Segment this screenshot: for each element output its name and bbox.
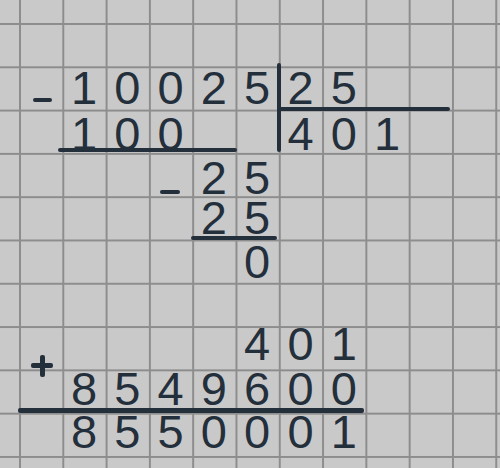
dividend-digit-2: 0 xyxy=(106,66,149,109)
step2-subtrahend-digit-2: 5 xyxy=(236,196,279,239)
divisor-digit-2: 5 xyxy=(322,66,365,109)
divisor-digit-1: 2 xyxy=(279,66,322,109)
division-bracket-horizontal-line xyxy=(277,107,450,111)
quotient-digit-2: 0 xyxy=(322,112,365,155)
addition-sum-digit-1: 8 xyxy=(62,410,105,453)
addition-sum-digit-3: 5 xyxy=(149,410,192,453)
minus-sign-step-1 xyxy=(33,98,52,103)
addend-top-digit-1: 4 xyxy=(236,322,279,365)
addition-sum-digit-4: 0 xyxy=(192,410,235,453)
addend-top-digit-3: 1 xyxy=(322,322,365,365)
quotient-digit-1: 4 xyxy=(279,112,322,155)
division-remainder-digit-1: 0 xyxy=(236,240,279,283)
subtraction-line-under-25 xyxy=(191,236,277,240)
addend-bottom-digit-3: 4 xyxy=(149,366,192,409)
step2-subtrahend-digit-1: 2 xyxy=(192,196,235,239)
addend-bottom-digit-6: 0 xyxy=(279,366,322,409)
dividend-digit-1: 1 xyxy=(62,66,105,109)
addition-sum-line xyxy=(18,408,364,413)
addend-top-digit-2: 0 xyxy=(279,322,322,365)
addition-sum-digit-2: 5 xyxy=(106,410,149,453)
addend-bottom-digit-5: 6 xyxy=(236,366,279,409)
minus-sign-step-2 xyxy=(160,190,180,195)
addition-sum-digit-5: 0 xyxy=(236,410,279,453)
quotient-digit-3: 1 xyxy=(365,112,408,155)
dividend-digit-4: 2 xyxy=(192,66,235,109)
addition-sum-digit-6: 0 xyxy=(279,410,322,453)
plus-sign-vertical-stroke xyxy=(40,355,45,377)
addition-sum-digit-7: 1 xyxy=(322,410,365,453)
dividend-digit-3: 0 xyxy=(149,66,192,109)
graph-paper-sheet: 10025251004012525040185496008550001 xyxy=(0,0,500,468)
dividend-digit-5: 5 xyxy=(236,66,279,109)
subtraction-line-under-100 xyxy=(58,148,237,152)
addend-bottom-digit-1: 8 xyxy=(62,366,105,409)
addend-bottom-digit-4: 9 xyxy=(192,366,235,409)
addend-bottom-digit-2: 5 xyxy=(106,366,149,409)
addend-bottom-digit-7: 0 xyxy=(322,366,365,409)
